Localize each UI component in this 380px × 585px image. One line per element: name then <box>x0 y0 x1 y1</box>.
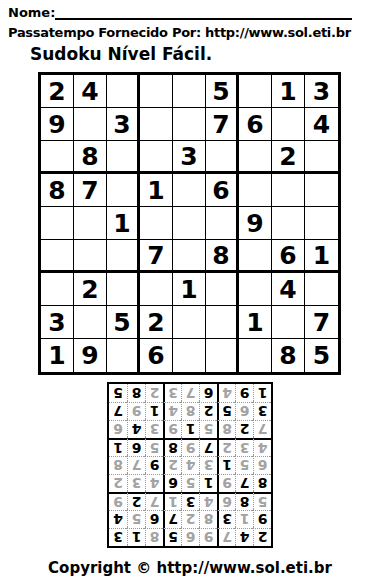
puzzle-given-cell: 6 <box>239 108 272 141</box>
puzzle-empty-cell[interactable] <box>173 108 206 141</box>
puzzle-empty-cell[interactable] <box>107 174 140 207</box>
worksheet-page: Nome: Passatempo Fornecido Por: http://w… <box>0 0 380 585</box>
puzzle-empty-cell[interactable] <box>206 273 239 306</box>
solution-cell: 8 <box>109 456 127 474</box>
solution-cell: 4 <box>217 384 235 402</box>
solution-cell: 2 <box>127 492 145 510</box>
puzzle-given-cell: 6 <box>272 240 305 273</box>
solution-cell: 6 <box>235 402 253 420</box>
solution-cell: 4 <box>145 474 163 492</box>
puzzle-given-cell: 8 <box>206 240 239 273</box>
solution-cell: 8 <box>235 492 253 510</box>
solution-cell: 2 <box>181 510 199 528</box>
puzzle-empty-cell[interactable] <box>140 141 173 174</box>
puzzle-empty-cell[interactable] <box>107 240 140 273</box>
solution-cell: 9 <box>217 474 235 492</box>
solution-cell: 9 <box>163 420 181 438</box>
solution-cell: 1 <box>199 474 217 492</box>
puzzle-empty-cell[interactable] <box>74 240 107 273</box>
solution-cell: 8 <box>217 420 235 438</box>
solution-cell: 7 <box>145 492 163 510</box>
puzzle-empty-cell[interactable] <box>173 75 206 108</box>
solution-cell: 7 <box>127 456 145 474</box>
puzzle-empty-cell[interactable] <box>272 108 305 141</box>
puzzle-given-cell: 1 <box>41 339 74 372</box>
provided-by-text: Passatempo Fornecido Por: http://www.sol… <box>8 25 372 40</box>
puzzle-empty-cell[interactable] <box>41 273 74 306</box>
puzzle-given-cell: 7 <box>140 240 173 273</box>
solution-cell: 8 <box>145 528 163 546</box>
name-row: Nome: <box>8 5 372 20</box>
puzzle-given-cell: 2 <box>140 306 173 339</box>
solution-cell: 5 <box>253 492 271 510</box>
puzzle-given-cell: 5 <box>206 75 239 108</box>
solution-cell: 8 <box>181 402 199 420</box>
solution-cell: 2 <box>145 384 163 402</box>
solution-cell: 7 <box>109 402 127 420</box>
puzzle-empty-cell[interactable] <box>206 306 239 339</box>
solution-cell: 6 <box>163 474 181 492</box>
puzzle-given-cell: 6 <box>206 174 239 207</box>
puzzle-empty-cell[interactable] <box>305 273 338 306</box>
solution-cell: 5 <box>217 402 235 420</box>
solution-cell: 5 <box>109 384 127 402</box>
solution-cell: 9 <box>199 528 217 546</box>
puzzle-given-cell: 3 <box>107 108 140 141</box>
puzzle-given-cell: 1 <box>239 306 272 339</box>
solution-cell: 5 <box>127 510 145 528</box>
solution-cell: 2 <box>199 402 217 420</box>
solution-cell: 4 <box>199 492 217 510</box>
solution-cell: 4 <box>109 510 127 528</box>
puzzle-empty-cell[interactable] <box>74 306 107 339</box>
puzzle-empty-cell[interactable] <box>305 207 338 240</box>
solution-cell: 1 <box>163 492 181 510</box>
puzzle-given-cell: 1 <box>305 240 338 273</box>
puzzle-empty-cell[interactable] <box>206 339 239 372</box>
puzzle-given-cell: 4 <box>74 75 107 108</box>
puzzle-given-cell: 1 <box>140 174 173 207</box>
solution-cell: 9 <box>235 384 253 402</box>
name-label: Nome: <box>8 5 55 20</box>
solution-cell: 3 <box>199 456 217 474</box>
puzzle-given-cell: 1 <box>107 207 140 240</box>
solution-cell: 5 <box>235 456 253 474</box>
puzzle-empty-cell[interactable] <box>239 174 272 207</box>
solution-cell: 3 <box>163 384 181 402</box>
solution-cell: 7 <box>181 384 199 402</box>
puzzle-empty-cell[interactable] <box>140 273 173 306</box>
solution-cell: 5 <box>199 420 217 438</box>
name-fill-line[interactable] <box>55 6 352 20</box>
puzzle-empty-cell[interactable] <box>41 240 74 273</box>
puzzle-given-cell: 6 <box>140 339 173 372</box>
solution-cell: 1 <box>235 510 253 528</box>
solution-cell: 8 <box>253 474 271 492</box>
puzzle-empty-cell[interactable] <box>305 141 338 174</box>
solution-cell: 1 <box>181 420 199 438</box>
solution-cell: 5 <box>163 528 181 546</box>
solution-cell: 2 <box>235 420 253 438</box>
puzzle-empty-cell[interactable] <box>107 75 140 108</box>
puzzle-given-cell: 7 <box>305 306 338 339</box>
puzzle-empty-cell[interactable] <box>41 141 74 174</box>
puzzle-empty-cell[interactable] <box>272 306 305 339</box>
puzzle-empty-cell[interactable] <box>173 240 206 273</box>
solution-cell: 5 <box>145 438 163 456</box>
copyright-text: Copyright © http://www.sol.eti.br <box>8 559 372 577</box>
puzzle-empty-cell[interactable] <box>272 174 305 207</box>
puzzle-given-cell: 4 <box>305 108 338 141</box>
solution-cell: 6 <box>253 456 271 474</box>
puzzle-empty-cell[interactable] <box>173 339 206 372</box>
puzzle-empty-cell[interactable] <box>107 141 140 174</box>
solution-cell: 8 <box>127 384 145 402</box>
solution-cell: 6 <box>181 528 199 546</box>
solution-cell: 6 <box>109 420 127 438</box>
puzzle-given-cell: 1 <box>173 273 206 306</box>
solution-cell: 7 <box>217 528 235 546</box>
puzzle-empty-cell[interactable] <box>272 207 305 240</box>
puzzle-empty-cell[interactable] <box>173 207 206 240</box>
puzzle-given-cell: 5 <box>305 339 338 372</box>
puzzle-given-cell: 9 <box>239 207 272 240</box>
solution-cell: 4 <box>181 456 199 474</box>
solution-cell: 3 <box>109 528 127 546</box>
sudoku-solution-grid-rotated: 2479658139138276545864317298791564326513… <box>107 382 273 548</box>
solution-cell: 1 <box>145 402 163 420</box>
solution-cell: 1 <box>109 438 127 456</box>
puzzle-given-cell: 7 <box>74 174 107 207</box>
puzzle-given-cell: 2 <box>74 273 107 306</box>
solution-cell: 3 <box>181 492 199 510</box>
solution-cell: 4 <box>235 528 253 546</box>
puzzle-empty-cell[interactable] <box>239 240 272 273</box>
solution-cell: 7 <box>199 438 217 456</box>
puzzle-empty-cell[interactable] <box>140 207 173 240</box>
solution-cell: 4 <box>163 402 181 420</box>
puzzle-given-cell: 2 <box>272 141 305 174</box>
page-title: Sudoku Nível Fácil. <box>30 44 372 64</box>
puzzle-empty-cell[interactable] <box>107 339 140 372</box>
puzzle-given-cell: 3 <box>41 306 74 339</box>
solution-cell: 7 <box>235 474 253 492</box>
solution-cell: 2 <box>163 456 181 474</box>
solution-cell: 4 <box>253 438 271 456</box>
puzzle-empty-cell[interactable] <box>140 75 173 108</box>
solution-cell: 5 <box>181 474 199 492</box>
puzzle-given-cell: 4 <box>272 273 305 306</box>
puzzle-given-cell: 9 <box>74 339 107 372</box>
solution-cell: 6 <box>199 384 217 402</box>
puzzle-given-cell: 8 <box>41 174 74 207</box>
puzzle-empty-cell[interactable] <box>206 207 239 240</box>
puzzle-empty-cell[interactable] <box>305 174 338 207</box>
solution-cell: 3 <box>127 474 145 492</box>
solution-cell: 1 <box>127 528 145 546</box>
solution-cell: 3 <box>217 510 235 528</box>
solution-cell: 1 <box>253 384 271 402</box>
solution-cell: 7 <box>253 420 271 438</box>
puzzle-given-cell: 7 <box>206 108 239 141</box>
puzzle-given-cell: 8 <box>272 339 305 372</box>
solution-cell: 6 <box>145 510 163 528</box>
solution-cell: 3 <box>253 402 271 420</box>
solution-cell: 9 <box>181 438 199 456</box>
puzzle-empty-cell[interactable] <box>41 207 74 240</box>
solution-cell: 9 <box>127 402 145 420</box>
puzzle-empty-cell[interactable] <box>239 141 272 174</box>
solution-cell: 6 <box>217 492 235 510</box>
solution-cell: 8 <box>163 438 181 456</box>
puzzle-given-cell: 2 <box>41 75 74 108</box>
puzzle-empty-cell[interactable] <box>206 141 239 174</box>
solution-cell: 7 <box>163 510 181 528</box>
puzzle-given-cell: 3 <box>173 141 206 174</box>
puzzle-empty-cell[interactable] <box>107 273 140 306</box>
puzzle-given-cell: 5 <box>107 306 140 339</box>
solution-cell: 9 <box>109 492 127 510</box>
puzzle-empty-cell[interactable] <box>140 108 173 141</box>
puzzle-given-cell: 8 <box>74 141 107 174</box>
solution-cell: 2 <box>253 528 271 546</box>
solution-cell: 2 <box>109 474 127 492</box>
puzzle-empty-cell[interactable] <box>239 339 272 372</box>
puzzle-given-cell: 1 <box>272 75 305 108</box>
solution-cell: 3 <box>145 420 163 438</box>
solution-cell: 9 <box>253 510 271 528</box>
puzzle-empty-cell[interactable] <box>173 174 206 207</box>
solution-cell: 4 <box>127 420 145 438</box>
puzzle-empty-cell[interactable] <box>74 207 107 240</box>
puzzle-given-cell: 9 <box>41 108 74 141</box>
solution-cell: 6 <box>127 438 145 456</box>
solution-cell: 1 <box>217 456 235 474</box>
puzzle-given-cell: 3 <box>305 75 338 108</box>
puzzle-empty-cell[interactable] <box>173 306 206 339</box>
puzzle-empty-cell[interactable] <box>239 75 272 108</box>
puzzle-empty-cell[interactable] <box>74 108 107 141</box>
solution-cell: 2 <box>217 438 235 456</box>
sudoku-puzzle-grid: 245139376483287161978612143521719685 <box>38 72 341 375</box>
solution-cell: 3 <box>235 438 253 456</box>
solution-cell: 9 <box>145 456 163 474</box>
puzzle-empty-cell[interactable] <box>239 273 272 306</box>
solution-cell: 8 <box>199 510 217 528</box>
